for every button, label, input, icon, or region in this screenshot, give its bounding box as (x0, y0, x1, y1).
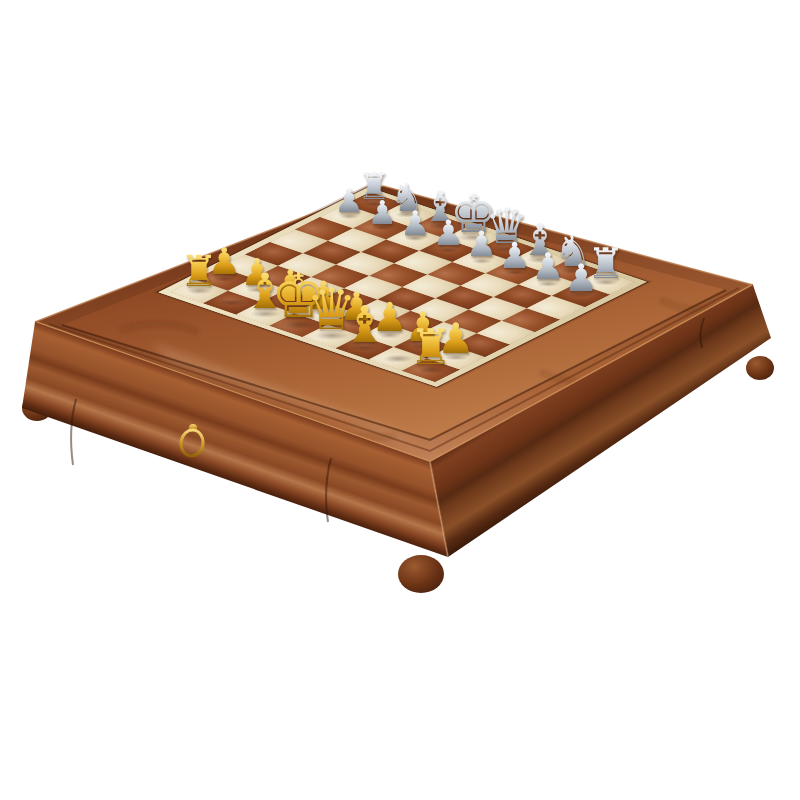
chess-set-scene: ♜♞♝♛♚♝♞♜♟♟♟♟♟♟♟♟♟♟♟♟♟♟♟♟♜♞♝♛♚♝♞♜ (0, 0, 800, 800)
bun-foot-near (398, 555, 444, 593)
bun-foot-right (746, 356, 774, 380)
wooden-case (0, 0, 800, 800)
